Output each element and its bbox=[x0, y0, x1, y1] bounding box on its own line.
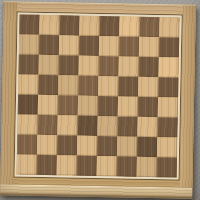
square-e5[interactable] bbox=[98, 76, 118, 96]
square-f4[interactable] bbox=[118, 96, 138, 116]
square-h8[interactable] bbox=[159, 17, 179, 37]
square-e3[interactable] bbox=[97, 116, 117, 136]
square-a7[interactable] bbox=[19, 34, 39, 54]
chessboard bbox=[0, 1, 196, 199]
square-g5[interactable] bbox=[138, 77, 158, 97]
square-h7[interactable] bbox=[159, 37, 179, 57]
square-b4[interactable] bbox=[38, 95, 58, 115]
square-c4[interactable] bbox=[58, 95, 78, 115]
square-b6[interactable] bbox=[38, 55, 58, 75]
square-g8[interactable] bbox=[139, 17, 159, 37]
square-g7[interactable] bbox=[139, 37, 159, 57]
square-b1[interactable] bbox=[37, 155, 57, 175]
square-h6[interactable] bbox=[158, 57, 178, 77]
square-g2[interactable] bbox=[137, 137, 157, 157]
square-f7[interactable] bbox=[119, 36, 139, 56]
square-f8[interactable] bbox=[119, 16, 139, 36]
square-h3[interactable] bbox=[157, 117, 177, 137]
square-g3[interactable] bbox=[137, 117, 157, 137]
square-g1[interactable] bbox=[137, 157, 157, 177]
square-a6[interactable] bbox=[18, 54, 38, 74]
square-b8[interactable] bbox=[39, 15, 59, 35]
square-b3[interactable] bbox=[37, 115, 57, 135]
square-d5[interactable] bbox=[78, 76, 98, 96]
square-c2[interactable] bbox=[57, 135, 77, 155]
square-c8[interactable] bbox=[59, 15, 79, 35]
square-e4[interactable] bbox=[98, 96, 118, 116]
square-c3[interactable] bbox=[57, 115, 77, 135]
square-a1[interactable] bbox=[17, 154, 37, 174]
square-b5[interactable] bbox=[38, 75, 58, 95]
square-a5[interactable] bbox=[18, 74, 38, 94]
square-h5[interactable] bbox=[158, 77, 178, 97]
playing-area bbox=[17, 14, 180, 177]
square-f3[interactable] bbox=[117, 116, 137, 136]
square-e7[interactable] bbox=[99, 36, 119, 56]
square-f2[interactable] bbox=[117, 136, 137, 156]
square-d1[interactable] bbox=[77, 156, 97, 176]
square-d4[interactable] bbox=[78, 96, 98, 116]
square-g6[interactable] bbox=[138, 57, 158, 77]
square-h1[interactable] bbox=[157, 157, 177, 177]
inner-trim bbox=[15, 12, 182, 179]
square-c6[interactable] bbox=[58, 55, 78, 75]
square-d7[interactable] bbox=[79, 36, 99, 56]
square-f1[interactable] bbox=[117, 156, 137, 176]
photo-background bbox=[0, 0, 200, 200]
square-e6[interactable] bbox=[98, 56, 118, 76]
square-e2[interactable] bbox=[97, 136, 117, 156]
square-f5[interactable] bbox=[118, 76, 138, 96]
square-a8[interactable] bbox=[19, 14, 39, 34]
square-c7[interactable] bbox=[59, 35, 79, 55]
square-h4[interactable] bbox=[158, 97, 178, 117]
board-frame bbox=[0, 1, 195, 188]
square-e1[interactable] bbox=[97, 156, 117, 176]
frame-groove bbox=[13, 11, 182, 180]
square-h2[interactable] bbox=[157, 137, 177, 157]
square-g4[interactable] bbox=[138, 97, 158, 117]
square-a4[interactable] bbox=[18, 94, 38, 114]
square-a3[interactable] bbox=[17, 114, 37, 134]
square-c1[interactable] bbox=[57, 155, 77, 175]
square-d2[interactable] bbox=[77, 136, 97, 156]
square-d3[interactable] bbox=[77, 116, 97, 136]
square-d6[interactable] bbox=[78, 56, 98, 76]
square-b7[interactable] bbox=[39, 35, 59, 55]
square-a2[interactable] bbox=[17, 134, 37, 154]
square-d8[interactable] bbox=[79, 16, 99, 36]
square-c5[interactable] bbox=[58, 75, 78, 95]
square-f6[interactable] bbox=[118, 56, 138, 76]
square-b2[interactable] bbox=[37, 135, 57, 155]
square-e8[interactable] bbox=[99, 16, 119, 36]
